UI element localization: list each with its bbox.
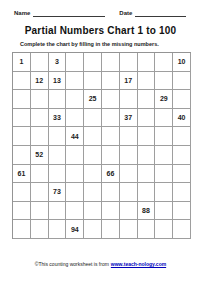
empty-fill-in-cell[interactable] xyxy=(138,183,156,202)
empty-fill-in-cell[interactable] xyxy=(138,109,156,128)
empty-fill-in-cell[interactable] xyxy=(138,146,156,165)
empty-fill-in-cell[interactable] xyxy=(84,220,102,239)
empty-fill-in-cell[interactable] xyxy=(120,127,138,146)
empty-fill-in-cell[interactable] xyxy=(173,127,191,146)
given-number-cell: 94 xyxy=(66,220,84,239)
empty-fill-in-cell[interactable] xyxy=(173,183,191,202)
empty-fill-in-cell[interactable] xyxy=(173,220,191,239)
empty-fill-in-cell[interactable] xyxy=(49,165,67,184)
empty-fill-in-cell[interactable] xyxy=(155,146,173,165)
given-number-cell: 66 xyxy=(102,165,120,184)
empty-fill-in-cell[interactable] xyxy=(155,183,173,202)
empty-fill-in-cell[interactable] xyxy=(66,90,84,109)
empty-fill-in-cell[interactable] xyxy=(49,220,67,239)
empty-fill-in-cell[interactable] xyxy=(102,220,120,239)
empty-fill-in-cell[interactable] xyxy=(31,90,49,109)
empty-fill-in-cell[interactable] xyxy=(13,220,31,239)
name-label: Name xyxy=(14,9,30,17)
empty-fill-in-cell[interactable] xyxy=(102,72,120,91)
empty-fill-in-cell[interactable] xyxy=(173,90,191,109)
given-number-cell: 13 xyxy=(49,72,67,91)
empty-fill-in-cell[interactable] xyxy=(120,90,138,109)
given-number-cell: 10 xyxy=(173,53,191,72)
empty-fill-in-cell[interactable] xyxy=(102,90,120,109)
empty-fill-in-cell[interactable] xyxy=(49,146,67,165)
empty-fill-in-cell[interactable] xyxy=(66,53,84,72)
name-field[interactable] xyxy=(33,9,105,17)
empty-fill-in-cell[interactable] xyxy=(173,146,191,165)
empty-fill-in-cell[interactable] xyxy=(120,146,138,165)
date-label: Date xyxy=(119,9,132,17)
date-field[interactable] xyxy=(135,9,186,17)
given-number-cell: 1 xyxy=(13,53,31,72)
empty-fill-in-cell[interactable] xyxy=(102,183,120,202)
empty-fill-in-cell[interactable] xyxy=(31,53,49,72)
name-date-row: Name Date xyxy=(14,9,187,17)
empty-fill-in-cell[interactable] xyxy=(120,53,138,72)
empty-fill-in-cell[interactable] xyxy=(13,146,31,165)
empty-fill-in-cell[interactable] xyxy=(84,146,102,165)
empty-fill-in-cell[interactable] xyxy=(66,165,84,184)
empty-fill-in-cell[interactable] xyxy=(13,109,31,128)
empty-fill-in-cell[interactable] xyxy=(120,165,138,184)
empty-fill-in-cell[interactable] xyxy=(138,220,156,239)
given-number-cell: 61 xyxy=(13,165,31,184)
empty-fill-in-cell[interactable] xyxy=(102,53,120,72)
given-number-cell: 73 xyxy=(49,183,67,202)
empty-fill-in-cell[interactable] xyxy=(84,165,102,184)
empty-fill-in-cell[interactable] xyxy=(102,146,120,165)
footer-link[interactable]: www.teach-nology.com xyxy=(111,261,166,267)
empty-fill-in-cell[interactable] xyxy=(66,183,84,202)
empty-fill-in-cell[interactable] xyxy=(155,220,173,239)
empty-fill-in-cell[interactable] xyxy=(13,202,31,221)
empty-fill-in-cell[interactable] xyxy=(13,90,31,109)
empty-fill-in-cell[interactable] xyxy=(138,90,156,109)
given-number-cell: 88 xyxy=(138,202,156,221)
empty-fill-in-cell[interactable] xyxy=(31,165,49,184)
empty-fill-in-cell[interactable] xyxy=(66,72,84,91)
number-chart-grid: 1310121317252933374044526166738894 xyxy=(12,52,191,239)
empty-fill-in-cell[interactable] xyxy=(66,109,84,128)
empty-fill-in-cell[interactable] xyxy=(13,127,31,146)
empty-fill-in-cell[interactable] xyxy=(31,202,49,221)
empty-fill-in-cell[interactable] xyxy=(13,183,31,202)
empty-fill-in-cell[interactable] xyxy=(138,72,156,91)
empty-fill-in-cell[interactable] xyxy=(173,165,191,184)
empty-fill-in-cell[interactable] xyxy=(31,127,49,146)
empty-fill-in-cell[interactable] xyxy=(31,109,49,128)
empty-fill-in-cell[interactable] xyxy=(138,53,156,72)
empty-fill-in-cell[interactable] xyxy=(155,202,173,221)
empty-fill-in-cell[interactable] xyxy=(155,72,173,91)
empty-fill-in-cell[interactable] xyxy=(84,53,102,72)
empty-fill-in-cell[interactable] xyxy=(102,109,120,128)
empty-fill-in-cell[interactable] xyxy=(49,90,67,109)
empty-fill-in-cell[interactable] xyxy=(13,72,31,91)
empty-fill-in-cell[interactable] xyxy=(49,127,67,146)
instructions-text: Complete the chart by filling in the mis… xyxy=(20,41,159,47)
footer-text: ©This counting worksheet is from xyxy=(35,261,109,267)
empty-fill-in-cell[interactable] xyxy=(102,127,120,146)
given-number-cell: 44 xyxy=(66,127,84,146)
given-number-cell: 40 xyxy=(173,109,191,128)
given-number-cell: 37 xyxy=(120,109,138,128)
page-title: Partial Numbers Chart 1 to 100 xyxy=(0,25,201,36)
empty-fill-in-cell[interactable] xyxy=(155,53,173,72)
given-number-cell: 3 xyxy=(49,53,67,72)
empty-fill-in-cell[interactable] xyxy=(138,127,156,146)
empty-fill-in-cell[interactable] xyxy=(155,127,173,146)
empty-fill-in-cell[interactable] xyxy=(84,127,102,146)
empty-fill-in-cell[interactable] xyxy=(84,183,102,202)
empty-fill-in-cell[interactable] xyxy=(155,109,173,128)
empty-fill-in-cell[interactable] xyxy=(31,220,49,239)
footer: ©This counting worksheet is fromwww.teac… xyxy=(0,261,201,267)
empty-fill-in-cell[interactable] xyxy=(120,183,138,202)
empty-fill-in-cell[interactable] xyxy=(66,146,84,165)
empty-fill-in-cell[interactable] xyxy=(120,202,138,221)
empty-fill-in-cell[interactable] xyxy=(138,165,156,184)
empty-fill-in-cell[interactable] xyxy=(155,165,173,184)
given-number-cell: 29 xyxy=(155,90,173,109)
empty-fill-in-cell[interactable] xyxy=(102,202,120,221)
empty-fill-in-cell[interactable] xyxy=(84,202,102,221)
empty-fill-in-cell[interactable] xyxy=(120,220,138,239)
empty-fill-in-cell[interactable] xyxy=(31,183,49,202)
given-number-cell: 17 xyxy=(120,72,138,91)
empty-fill-in-cell[interactable] xyxy=(84,72,102,91)
given-number-cell: 12 xyxy=(31,72,49,91)
given-number-cell: 33 xyxy=(49,109,67,128)
given-number-cell: 25 xyxy=(84,90,102,109)
empty-fill-in-cell[interactable] xyxy=(66,202,84,221)
empty-fill-in-cell[interactable] xyxy=(84,109,102,128)
empty-fill-in-cell[interactable] xyxy=(49,202,67,221)
given-number-cell: 52 xyxy=(31,146,49,165)
empty-fill-in-cell[interactable] xyxy=(173,72,191,91)
empty-fill-in-cell[interactable] xyxy=(173,202,191,221)
